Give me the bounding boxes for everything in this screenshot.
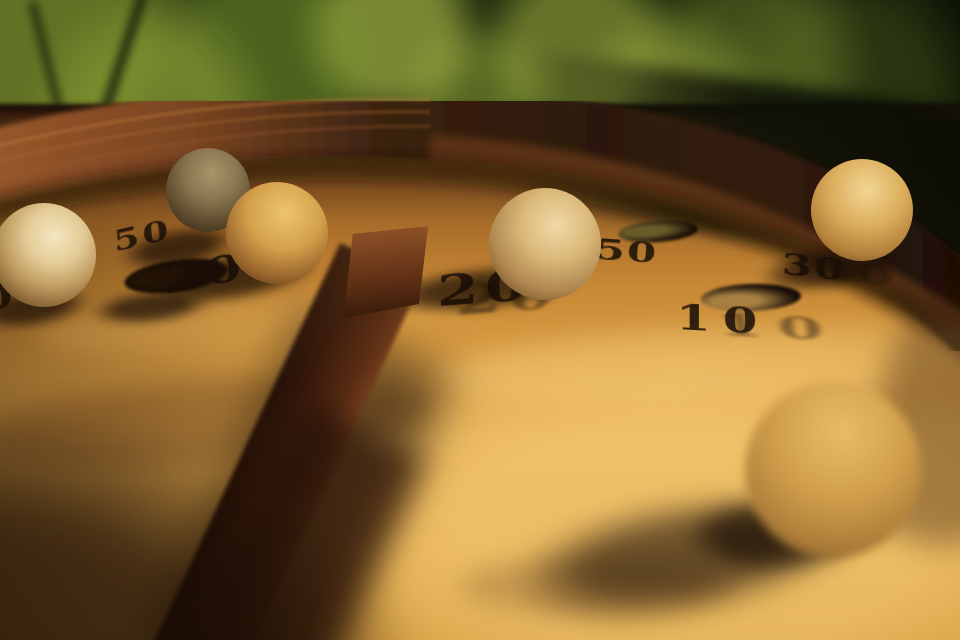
ball-mid-left[interactable] [226, 182, 328, 284]
score-label-10-right: 10 [676, 296, 769, 342]
ball-center[interactable] [489, 188, 601, 300]
ball-foreground[interactable] [745, 382, 921, 558]
score-label-50-right: 50 [595, 232, 660, 270]
bottom-left-vignette [0, 420, 400, 640]
ball-right[interactable] [811, 159, 913, 261]
photo-wooden-roll-ball-game: 0 50 20 20 20 50 30 30 10 10 [0, 0, 960, 640]
